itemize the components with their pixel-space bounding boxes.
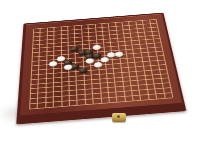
white-stone[interactable] (115, 52, 123, 58)
white-stone[interactable] (64, 64, 72, 70)
board-surface (20, 14, 182, 116)
white-stone[interactable] (92, 45, 100, 50)
black-stone[interactable] (71, 64, 79, 70)
product-photo (0, 0, 200, 145)
white-stone[interactable] (100, 57, 108, 63)
black-stone[interactable] (79, 68, 87, 74)
board-grid (29, 19, 172, 109)
go-board[interactable] (16, 13, 186, 125)
clasp-keyhole-icon (117, 115, 120, 118)
white-stone[interactable] (49, 61, 57, 67)
white-stone[interactable] (93, 62, 101, 68)
board-scene (20, 0, 174, 140)
grid-line (156, 19, 174, 97)
brass-clasp-icon (112, 113, 126, 122)
